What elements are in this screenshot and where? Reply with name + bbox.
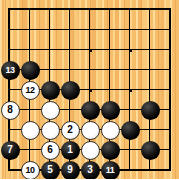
intersection-5-5[interactable] (100, 100, 120, 120)
black-stone-move-3[interactable]: 3 (81, 161, 100, 180)
intersection-6-3[interactable] (120, 60, 140, 80)
black-stone[interactable] (21, 61, 40, 80)
intersection-8-6[interactable] (160, 120, 179, 140)
move-number: 6 (47, 145, 53, 155)
intersection-6-0[interactable] (120, 0, 140, 20)
intersection-5-1[interactable] (100, 20, 120, 40)
white-stone[interactable] (81, 141, 100, 160)
move-number: 1 (67, 145, 73, 155)
intersection-4-8[interactable]: 3 (80, 160, 100, 179)
white-stone-move-8[interactable]: 8 (1, 101, 20, 120)
intersection-6-2[interactable] (120, 40, 140, 60)
intersection-7-7[interactable] (140, 140, 160, 160)
intersection-8-8[interactable] (160, 160, 179, 179)
intersection-0-6[interactable] (0, 120, 20, 140)
white-stone[interactable] (41, 121, 60, 140)
move-number: 8 (7, 105, 13, 115)
star-point (129, 89, 132, 92)
black-stone-move-9[interactable]: 9 (61, 161, 80, 180)
black-stone[interactable] (101, 101, 120, 120)
go-board-grid: 1312827611059311 (0, 0, 179, 179)
intersection-6-7[interactable] (120, 140, 140, 160)
intersection-5-3[interactable] (100, 60, 120, 80)
white-stone-move-10[interactable]: 10 (21, 161, 40, 180)
intersection-0-8[interactable] (0, 160, 20, 179)
black-stone-move-1[interactable]: 1 (61, 141, 80, 160)
white-stone[interactable] (101, 121, 120, 140)
intersection-0-0[interactable] (0, 0, 20, 20)
intersection-8-0[interactable] (160, 0, 179, 20)
intersection-3-4[interactable] (60, 80, 80, 100)
intersection-8-3[interactable] (160, 60, 179, 80)
white-stone-move-2[interactable]: 2 (61, 121, 80, 140)
intersection-3-5[interactable] (60, 100, 80, 120)
intersection-1-2[interactable] (20, 40, 40, 60)
intersection-8-1[interactable] (160, 20, 179, 40)
intersection-6-8[interactable] (120, 160, 140, 179)
intersection-7-5[interactable] (140, 100, 160, 120)
star-point (129, 49, 132, 52)
black-stone-move-11[interactable]: 11 (101, 161, 120, 180)
black-stone-move-5[interactable]: 5 (41, 161, 60, 180)
white-stone-move-12[interactable]: 12 (21, 81, 40, 100)
intersection-5-6[interactable] (100, 120, 120, 140)
move-number: 12 (25, 85, 34, 94)
intersection-5-2[interactable] (100, 40, 120, 60)
black-stone-move-13[interactable]: 13 (1, 61, 20, 80)
intersection-4-5[interactable] (80, 100, 100, 120)
intersection-4-0[interactable] (80, 0, 100, 20)
intersection-1-7[interactable] (20, 140, 40, 160)
intersection-2-2[interactable] (40, 40, 60, 60)
intersection-5-0[interactable] (100, 0, 120, 20)
black-stone[interactable] (81, 101, 100, 120)
intersection-0-2[interactable] (0, 40, 20, 60)
intersection-1-4[interactable]: 12 (20, 80, 40, 100)
intersection-2-6[interactable] (40, 120, 60, 140)
intersection-4-7[interactable] (80, 140, 100, 160)
intersection-6-5[interactable] (120, 100, 140, 120)
intersection-2-1[interactable] (40, 20, 60, 40)
intersection-7-2[interactable] (140, 40, 160, 60)
white-stone[interactable] (81, 121, 100, 140)
move-number: 9 (67, 165, 73, 175)
intersection-3-3[interactable] (60, 60, 80, 80)
move-number: 2 (67, 125, 73, 135)
black-stone[interactable] (141, 101, 160, 120)
intersection-5-7[interactable] (100, 140, 120, 160)
intersection-0-4[interactable] (0, 80, 20, 100)
intersection-0-1[interactable] (0, 20, 20, 40)
intersection-0-5[interactable]: 8 (0, 100, 20, 120)
move-number: 3 (87, 165, 93, 175)
intersection-7-1[interactable] (140, 20, 160, 40)
intersection-7-8[interactable] (140, 160, 160, 179)
intersection-1-6[interactable] (20, 120, 40, 140)
star-point (89, 49, 92, 52)
intersection-1-5[interactable] (20, 100, 40, 120)
intersection-2-5[interactable] (40, 100, 60, 120)
star-point (89, 89, 92, 92)
intersection-4-2[interactable] (80, 40, 100, 60)
intersection-5-8[interactable]: 11 (100, 160, 120, 179)
intersection-3-6[interactable]: 2 (60, 120, 80, 140)
black-stone[interactable] (121, 121, 140, 140)
intersection-7-0[interactable] (140, 0, 160, 20)
intersection-3-7[interactable]: 1 (60, 140, 80, 160)
intersection-6-4[interactable] (120, 80, 140, 100)
white-stone[interactable] (41, 101, 60, 120)
intersection-4-3[interactable] (80, 60, 100, 80)
go-board: 1312827611059311 (0, 0, 179, 179)
black-stone-move-7[interactable]: 7 (1, 141, 20, 160)
intersection-1-8[interactable]: 10 (20, 160, 40, 179)
black-stone[interactable] (141, 141, 160, 160)
intersection-1-0[interactable] (20, 0, 40, 20)
intersection-8-4[interactable] (160, 80, 179, 100)
intersection-3-2[interactable] (60, 40, 80, 60)
intersection-2-7[interactable]: 6 (40, 140, 60, 160)
intersection-8-2[interactable] (160, 40, 179, 60)
black-stone[interactable] (41, 81, 60, 100)
intersection-1-1[interactable] (20, 20, 40, 40)
intersection-0-3[interactable]: 13 (0, 60, 20, 80)
black-stone[interactable] (61, 81, 80, 100)
intersection-8-5[interactable] (160, 100, 179, 120)
intersection-6-6[interactable] (120, 120, 140, 140)
intersection-5-4[interactable] (100, 80, 120, 100)
intersection-3-1[interactable] (60, 20, 80, 40)
white-stone-move-6[interactable]: 6 (41, 141, 60, 160)
intersection-4-4[interactable] (80, 80, 100, 100)
intersection-4-6[interactable] (80, 120, 100, 140)
move-number: 5 (47, 165, 53, 175)
move-number: 7 (7, 145, 13, 155)
move-number: 11 (106, 165, 115, 174)
intersection-6-1[interactable] (120, 20, 140, 40)
intersection-7-6[interactable] (140, 120, 160, 140)
intersection-0-7[interactable]: 7 (0, 140, 20, 160)
intersection-4-1[interactable] (80, 20, 100, 40)
move-number: 13 (5, 65, 14, 74)
intersection-8-7[interactable] (160, 140, 179, 160)
intersection-7-4[interactable] (140, 80, 160, 100)
intersection-2-0[interactable] (40, 0, 60, 20)
intersection-2-8[interactable]: 5 (40, 160, 60, 179)
move-number: 10 (25, 165, 34, 174)
black-stone[interactable] (101, 141, 120, 160)
intersection-3-8[interactable]: 9 (60, 160, 80, 179)
intersection-3-0[interactable] (60, 0, 80, 20)
intersection-7-3[interactable] (140, 60, 160, 80)
intersection-2-4[interactable] (40, 80, 60, 100)
intersection-1-3[interactable] (20, 60, 40, 80)
white-stone[interactable] (21, 121, 40, 140)
intersection-2-3[interactable] (40, 60, 60, 80)
